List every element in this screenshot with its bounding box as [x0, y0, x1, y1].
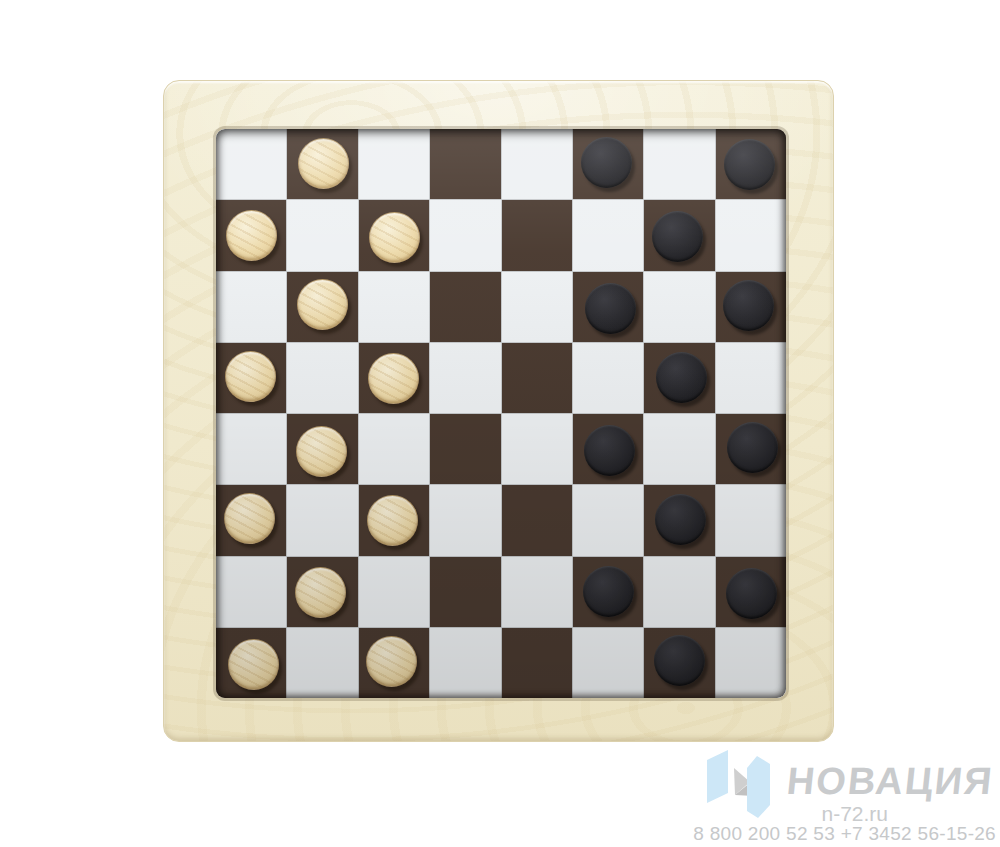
square-r2c3[interactable] — [359, 200, 429, 270]
watermark-site: n-72.ru — [821, 803, 888, 825]
square-r6c6[interactable] — [573, 485, 643, 555]
square-r5c2[interactable] — [287, 414, 357, 484]
square-r2c5[interactable] — [502, 200, 572, 270]
square-r1c7[interactable] — [644, 129, 714, 199]
square-r4c5[interactable] — [502, 343, 572, 413]
square-r5c3[interactable] — [359, 414, 429, 484]
square-r1c2[interactable] — [287, 129, 357, 199]
dark-checker[interactable] — [652, 211, 703, 262]
logo-left-flag-icon — [707, 750, 728, 803]
product-photo: НОВАЦИЯ n-72.ru 8 800 200 52 53 +7 3452 … — [0, 0, 1000, 847]
light-checker[interactable] — [367, 495, 418, 546]
square-r1c8[interactable] — [716, 129, 786, 199]
square-r4c1[interactable] — [216, 343, 286, 413]
dark-checker[interactable] — [583, 566, 634, 617]
square-r8c3[interactable] — [359, 628, 429, 698]
square-r2c7[interactable] — [644, 200, 714, 270]
square-r7c4[interactable] — [430, 557, 500, 627]
square-r4c6[interactable] — [573, 343, 643, 413]
square-r1c1[interactable] — [216, 129, 286, 199]
square-r7c1[interactable] — [216, 557, 286, 627]
square-r3c4[interactable] — [430, 272, 500, 342]
square-r5c5[interactable] — [502, 414, 572, 484]
square-r3c2[interactable] — [287, 272, 357, 342]
light-checker[interactable] — [298, 138, 349, 189]
board-frame — [163, 80, 834, 742]
square-r7c6[interactable] — [573, 557, 643, 627]
square-r4c3[interactable] — [359, 343, 429, 413]
square-r3c1[interactable] — [216, 272, 286, 342]
square-r2c1[interactable] — [216, 200, 286, 270]
light-checker[interactable] — [295, 567, 346, 618]
square-r6c5[interactable] — [502, 485, 572, 555]
square-r7c2[interactable] — [287, 557, 357, 627]
square-r7c3[interactable] — [359, 557, 429, 627]
square-r8c7[interactable] — [644, 628, 714, 698]
dark-checker[interactable] — [654, 635, 705, 686]
square-r8c2[interactable] — [287, 628, 357, 698]
square-r8c6[interactable] — [573, 628, 643, 698]
square-r6c8[interactable] — [716, 485, 786, 555]
square-r5c8[interactable] — [716, 414, 786, 484]
dark-checker[interactable] — [584, 425, 635, 476]
square-r7c5[interactable] — [502, 557, 572, 627]
square-r4c2[interactable] — [287, 343, 357, 413]
light-checker[interactable] — [366, 636, 417, 687]
square-r1c5[interactable] — [502, 129, 572, 199]
light-checker[interactable] — [296, 426, 347, 477]
square-r5c6[interactable] — [573, 414, 643, 484]
square-r5c1[interactable] — [216, 414, 286, 484]
logo-right-flag-icon — [747, 756, 770, 818]
square-r6c2[interactable] — [287, 485, 357, 555]
dark-checker[interactable] — [726, 568, 777, 619]
light-checker[interactable] — [297, 279, 348, 330]
dark-checker[interactable] — [727, 422, 778, 473]
board — [216, 129, 786, 698]
square-r8c1[interactable] — [216, 628, 286, 698]
square-r6c3[interactable] — [359, 485, 429, 555]
square-r2c8[interactable] — [716, 200, 786, 270]
square-r7c8[interactable] — [716, 557, 786, 627]
dark-checker[interactable] — [723, 280, 774, 331]
light-checker[interactable] — [225, 351, 276, 402]
square-r3c3[interactable] — [359, 272, 429, 342]
watermark-phone: 8 800 200 52 53 +7 3452 56-15-26 — [693, 823, 996, 844]
square-r1c6[interactable] — [573, 129, 643, 199]
square-r3c8[interactable] — [716, 272, 786, 342]
square-r3c7[interactable] — [644, 272, 714, 342]
square-r2c6[interactable] — [573, 200, 643, 270]
square-r8c5[interactable] — [502, 628, 572, 698]
dark-checker[interactable] — [655, 494, 706, 545]
square-r4c4[interactable] — [430, 343, 500, 413]
light-checker[interactable] — [224, 493, 275, 544]
square-r6c7[interactable] — [644, 485, 714, 555]
square-r8c8[interactable] — [716, 628, 786, 698]
dark-checker[interactable] — [581, 137, 632, 188]
dark-checker[interactable] — [724, 139, 775, 190]
light-checker[interactable] — [228, 639, 279, 690]
square-r6c4[interactable] — [430, 485, 500, 555]
square-r6c1[interactable] — [216, 485, 286, 555]
square-r1c3[interactable] — [359, 129, 429, 199]
square-r7c7[interactable] — [644, 557, 714, 627]
square-r5c7[interactable] — [644, 414, 714, 484]
square-r3c5[interactable] — [502, 272, 572, 342]
light-checker[interactable] — [226, 210, 277, 261]
square-r2c2[interactable] — [287, 200, 357, 270]
square-r8c4[interactable] — [430, 628, 500, 698]
novacia-logo — [700, 750, 775, 820]
light-checker[interactable] — [369, 212, 420, 263]
square-r5c4[interactable] — [430, 414, 500, 484]
dark-checker[interactable] — [585, 283, 636, 334]
square-r1c4[interactable] — [430, 129, 500, 199]
square-r4c8[interactable] — [716, 343, 786, 413]
square-r4c7[interactable] — [644, 343, 714, 413]
watermark-brand: НОВАЦИЯ — [785, 761, 996, 801]
square-r2c4[interactable] — [430, 200, 500, 270]
light-checker[interactable] — [368, 353, 419, 404]
dark-checker[interactable] — [656, 352, 707, 403]
square-r3c6[interactable] — [573, 272, 643, 342]
